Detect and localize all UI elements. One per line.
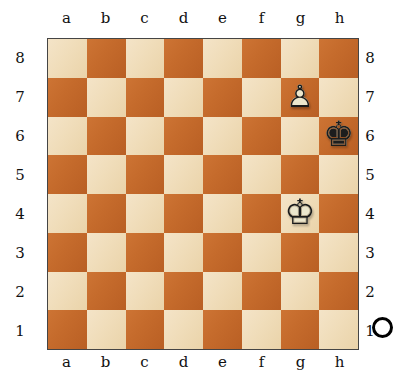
file-label-c: c (140, 9, 148, 27)
file-label-h: h (335, 9, 345, 27)
square-g2[interactable] (281, 272, 320, 311)
square-d6[interactable] (164, 117, 203, 156)
square-f3[interactable] (242, 233, 281, 272)
white-pawn-glyph: ♙ (286, 81, 314, 112)
square-d2[interactable] (164, 272, 203, 311)
square-a4[interactable] (48, 194, 87, 233)
rank-label-6: 6 (15, 127, 25, 145)
file-label-g: g (296, 9, 306, 27)
square-a5[interactable] (48, 155, 87, 194)
white-king[interactable]: ♚♔ (281, 194, 320, 233)
rank-label-3: 3 (15, 244, 25, 262)
square-d1[interactable] (164, 310, 203, 349)
square-d8[interactable] (164, 39, 203, 78)
square-h1[interactable] (319, 310, 358, 349)
square-e3[interactable] (203, 233, 242, 272)
file-label-d: d (179, 353, 189, 371)
black-king-glyph: ♚ (323, 117, 354, 152)
rank-label-8: 8 (15, 49, 25, 67)
square-h2[interactable] (319, 272, 358, 311)
rank-label-6: 6 (365, 127, 375, 145)
square-b6[interactable] (87, 117, 126, 156)
file-label-e: e (218, 353, 227, 371)
square-c4[interactable] (126, 194, 165, 233)
rank-label-5: 5 (365, 166, 375, 184)
rank-labels-left: 87654321 (8, 38, 32, 350)
square-b5[interactable] (87, 155, 126, 194)
square-e8[interactable] (203, 39, 242, 78)
white-king-glyph: ♔ (284, 195, 315, 230)
square-e1[interactable] (203, 310, 242, 349)
rank-label-3: 3 (365, 244, 375, 262)
square-a2[interactable] (48, 272, 87, 311)
square-b7[interactable] (87, 78, 126, 117)
square-c6[interactable] (126, 117, 165, 156)
file-label-a: a (62, 9, 71, 27)
file-label-a: a (62, 353, 71, 371)
square-a3[interactable] (48, 233, 87, 272)
square-g8[interactable] (281, 39, 320, 78)
square-a8[interactable] (48, 39, 87, 78)
rank-label-4: 4 (15, 205, 25, 223)
square-c3[interactable] (126, 233, 165, 272)
file-label-b: b (101, 353, 111, 371)
file-label-h: h (335, 353, 345, 371)
square-e6[interactable] (203, 117, 242, 156)
square-b3[interactable] (87, 233, 126, 272)
square-a7[interactable] (48, 78, 87, 117)
square-f2[interactable] (242, 272, 281, 311)
square-g4[interactable]: ♚♔ (281, 194, 320, 233)
white-pawn[interactable]: ♟♙ (281, 78, 320, 117)
rank-label-2: 2 (365, 283, 375, 301)
square-d3[interactable] (164, 233, 203, 272)
square-c7[interactable] (126, 78, 165, 117)
square-g5[interactable] (281, 155, 320, 194)
square-g6[interactable] (281, 117, 320, 156)
square-g7[interactable]: ♟♙ (281, 78, 320, 117)
square-b1[interactable] (87, 310, 126, 349)
square-h6[interactable]: ♚ (319, 117, 358, 156)
rank-label-5: 5 (15, 166, 25, 184)
square-c2[interactable] (126, 272, 165, 311)
file-label-d: d (179, 9, 189, 27)
square-f8[interactable] (242, 39, 281, 78)
square-h7[interactable] (319, 78, 358, 117)
white-to-move-indicator (372, 317, 393, 338)
square-b4[interactable] (87, 194, 126, 233)
rank-label-8: 8 (365, 49, 375, 67)
file-labels-top: abcdefgh (47, 8, 359, 28)
file-label-e: e (218, 9, 227, 27)
square-c1[interactable] (126, 310, 165, 349)
file-label-g: g (296, 353, 306, 371)
square-e5[interactable] (203, 155, 242, 194)
file-labels-bottom: abcdefgh (47, 352, 359, 372)
square-f5[interactable] (242, 155, 281, 194)
square-e2[interactable] (203, 272, 242, 311)
square-d5[interactable] (164, 155, 203, 194)
rank-labels-right: 87654321 (358, 38, 382, 350)
square-h4[interactable] (319, 194, 358, 233)
rank-label-2: 2 (15, 283, 25, 301)
file-label-c: c (140, 353, 148, 371)
rank-label-1: 1 (15, 322, 25, 340)
square-a6[interactable] (48, 117, 87, 156)
square-h3[interactable] (319, 233, 358, 272)
square-d4[interactable] (164, 194, 203, 233)
file-label-f: f (259, 9, 265, 27)
black-king[interactable]: ♚ (319, 117, 358, 156)
square-f6[interactable] (242, 117, 281, 156)
rank-label-7: 7 (365, 88, 375, 106)
square-d7[interactable] (164, 78, 203, 117)
square-b2[interactable] (87, 272, 126, 311)
square-e4[interactable] (203, 194, 242, 233)
square-a1[interactable] (48, 310, 87, 349)
square-h5[interactable] (319, 155, 358, 194)
square-f1[interactable] (242, 310, 281, 349)
square-e7[interactable] (203, 78, 242, 117)
square-b8[interactable] (87, 39, 126, 78)
chess-board: ♟♙♚♚♔ (47, 38, 359, 350)
square-g1[interactable] (281, 310, 320, 349)
square-h8[interactable] (319, 39, 358, 78)
square-c5[interactable] (126, 155, 165, 194)
rank-label-4: 4 (365, 205, 375, 223)
square-c8[interactable] (126, 39, 165, 78)
file-label-b: b (101, 9, 111, 27)
square-g3[interactable] (281, 233, 320, 272)
square-f7[interactable] (242, 78, 281, 117)
square-f4[interactable] (242, 194, 281, 233)
chess-diagram: abcdefgh 87654321 ♟♙♚♚♔ 87654321 abcdefg… (0, 0, 411, 384)
rank-label-7: 7 (15, 88, 25, 106)
file-label-f: f (259, 353, 265, 371)
